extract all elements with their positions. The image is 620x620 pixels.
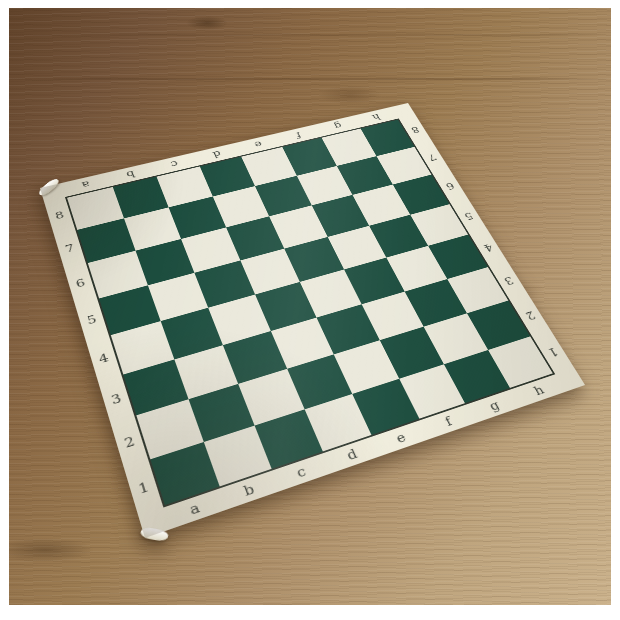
corner-curl-bottom-left: [139, 527, 170, 542]
corner-curl-top-left: [36, 178, 62, 197]
board-layer: abcdefgh abcdefgh 87654321 87654321: [0, 0, 620, 620]
chessboard: abcdefgh abcdefgh 87654321 87654321: [40, 103, 585, 538]
